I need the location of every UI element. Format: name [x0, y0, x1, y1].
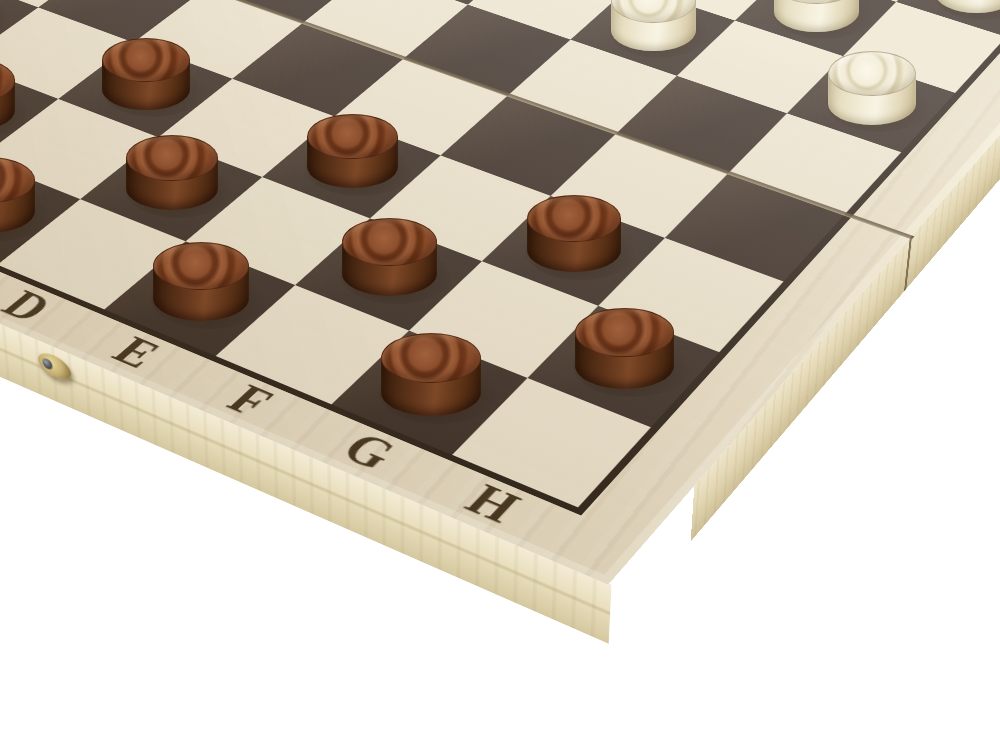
- piece-top-face: [381, 333, 481, 383]
- light-checker-f6[interactable]: [611, 0, 696, 51]
- board-photo: ABCDEFGH: [0, 0, 1000, 750]
- light-checker-g7[interactable]: [774, 0, 858, 32]
- dark-checker-e3[interactable]: [307, 114, 398, 188]
- piece-top-face: [307, 114, 398, 159]
- dark-checker-g1[interactable]: [381, 333, 481, 415]
- dark-checker-g3[interactable]: [527, 195, 621, 272]
- piece-top-face: [575, 308, 674, 357]
- dark-checker-b2[interactable]: [0, 58, 15, 130]
- piece-top-face: [153, 242, 249, 290]
- dark-checker-e1[interactable]: [153, 242, 249, 321]
- dark-checker-c1[interactable]: [0, 157, 35, 233]
- light-checker-h8[interactable]: [935, 0, 1000, 13]
- dark-checker-d2[interactable]: [126, 135, 218, 210]
- piece-top-face: [342, 218, 437, 266]
- dark-checker-f2[interactable]: [342, 218, 437, 296]
- light-checker-h6[interactable]: [828, 51, 916, 125]
- dark-checker-h2[interactable]: [575, 308, 674, 389]
- piece-shadow: [0, 0, 12, 44]
- piece-top-face: [126, 135, 218, 181]
- dark-checker-c3[interactable]: [102, 38, 189, 110]
- pieces-layer: [0, 0, 1000, 750]
- piece-top-face: [828, 51, 916, 96]
